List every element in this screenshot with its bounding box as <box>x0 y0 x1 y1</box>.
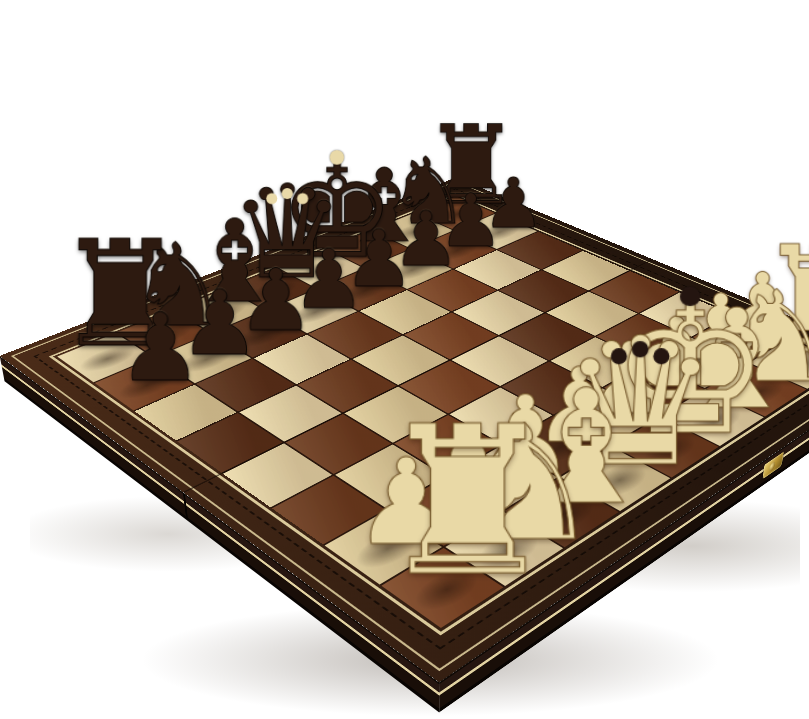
black-pawn-a7: ♟ <box>82 301 238 395</box>
chess-set-photo: ♜♞♝♛♚♝♞♜♟♟♟♟♟♟♟♟♟♟♟♟♟♟♟♟♜♞♝♛♚♝♞♜ <box>0 0 809 719</box>
fold-seam-edge <box>183 492 188 521</box>
piece-glyph: ♟ <box>118 301 202 395</box>
square-a1: ♜ <box>381 548 503 628</box>
piece-glyph: ♜ <box>375 398 559 603</box>
white-rook-a1: ♜ <box>371 398 564 603</box>
